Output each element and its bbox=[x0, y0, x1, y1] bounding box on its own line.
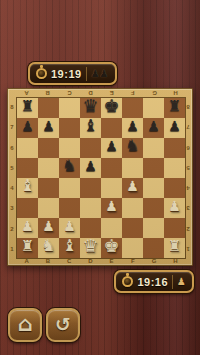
square-e3[interactable]: ♟ bbox=[101, 198, 122, 218]
square-c1[interactable]: ♝ bbox=[59, 238, 80, 258]
square-g3[interactable] bbox=[143, 198, 164, 218]
piece-white-bishop[interactable]: ♝ bbox=[20, 178, 34, 194]
square-g6[interactable] bbox=[143, 138, 164, 158]
square-g8[interactable] bbox=[143, 98, 164, 118]
black-timer-badge: 19:19 ♟♟ bbox=[28, 62, 117, 85]
piece-black-rook[interactable]: ♜ bbox=[21, 99, 34, 114]
stopwatch-icon bbox=[36, 68, 47, 79]
square-b5[interactable] bbox=[38, 158, 59, 178]
chess-app-screen: 19:19 ♟♟ ABCDEFGH ABCDEFGH 87654321 8765… bbox=[0, 0, 200, 355]
rank-label-1: 1 bbox=[8, 239, 16, 259]
square-c2[interactable]: ♟ bbox=[59, 218, 80, 238]
square-a3[interactable] bbox=[17, 198, 38, 218]
piece-black-pawn[interactable]: ♟ bbox=[21, 119, 34, 133]
square-c3[interactable] bbox=[59, 198, 80, 218]
captured-pieces-bottom: ♟ bbox=[177, 277, 186, 287]
piece-black-queen[interactable]: ♛ bbox=[82, 97, 98, 115]
square-a2[interactable]: ♟ bbox=[17, 218, 38, 238]
chess-board: ABCDEFGH ABCDEFGH 87654321 87654321 ♜♛♚♜… bbox=[7, 88, 193, 266]
square-f4[interactable]: ♟ bbox=[122, 178, 143, 198]
captured-white-piece-icon: ♟ bbox=[177, 277, 186, 287]
piece-white-rook[interactable]: ♜ bbox=[168, 239, 181, 254]
square-f8[interactable] bbox=[122, 98, 143, 118]
badge-divider bbox=[86, 67, 87, 81]
square-g2[interactable] bbox=[143, 218, 164, 238]
file-label-c: C bbox=[59, 89, 80, 97]
piece-black-pawn[interactable]: ♟ bbox=[42, 119, 55, 133]
square-h7[interactable]: ♟ bbox=[164, 118, 185, 138]
square-c4[interactable] bbox=[59, 178, 80, 198]
piece-white-pawn[interactable]: ♟ bbox=[168, 199, 181, 213]
square-f1[interactable] bbox=[122, 238, 143, 258]
square-d7[interactable]: ♝ bbox=[80, 118, 101, 138]
square-g1[interactable] bbox=[143, 238, 164, 258]
square-g5[interactable] bbox=[143, 158, 164, 178]
square-c7[interactable] bbox=[59, 118, 80, 138]
rank-label-3: 3 bbox=[8, 198, 16, 218]
piece-black-knight[interactable]: ♞ bbox=[125, 138, 139, 154]
rank-label-6: 6 bbox=[8, 138, 16, 158]
undo-button[interactable]: ↺ bbox=[46, 308, 80, 342]
piece-black-rook[interactable]: ♜ bbox=[168, 99, 181, 114]
square-h6[interactable] bbox=[164, 138, 185, 158]
rank-label-2: 2 bbox=[8, 219, 16, 239]
square-h8[interactable]: ♜ bbox=[164, 98, 185, 118]
square-a5[interactable] bbox=[17, 158, 38, 178]
rank-label-5: 5 bbox=[8, 158, 16, 178]
square-e5[interactable] bbox=[101, 158, 122, 178]
file-label-f: F bbox=[122, 89, 143, 97]
square-d3[interactable] bbox=[80, 198, 101, 218]
square-h2[interactable] bbox=[164, 218, 185, 238]
piece-white-queen[interactable]: ♛ bbox=[82, 237, 98, 255]
stopwatch-icon bbox=[122, 276, 133, 287]
square-h5[interactable] bbox=[164, 158, 185, 178]
square-b2[interactable]: ♟ bbox=[38, 218, 59, 238]
piece-black-pawn[interactable]: ♟ bbox=[168, 119, 181, 133]
square-f5[interactable] bbox=[122, 158, 143, 178]
file-label-g: G bbox=[144, 89, 165, 97]
piece-black-pawn[interactable]: ♟ bbox=[147, 119, 160, 133]
square-b8[interactable] bbox=[38, 98, 59, 118]
square-c6[interactable] bbox=[59, 138, 80, 158]
square-d1[interactable]: ♛ bbox=[80, 238, 101, 258]
square-c8[interactable] bbox=[59, 98, 80, 118]
square-e8[interactable]: ♚ bbox=[101, 98, 122, 118]
square-b6[interactable] bbox=[38, 138, 59, 158]
square-e1[interactable]: ♚ bbox=[101, 238, 122, 258]
square-b1[interactable]: ♞ bbox=[38, 238, 59, 258]
rank-labels-left: 87654321 bbox=[8, 97, 16, 259]
square-h3[interactable]: ♟ bbox=[164, 198, 185, 218]
piece-white-knight[interactable]: ♞ bbox=[41, 238, 55, 254]
square-h1[interactable]: ♜ bbox=[164, 238, 185, 258]
piece-black-king[interactable]: ♚ bbox=[103, 97, 119, 115]
piece-white-pawn[interactable]: ♟ bbox=[42, 219, 55, 233]
home-icon: ⌂ bbox=[17, 312, 32, 336]
square-b7[interactable]: ♟ bbox=[38, 118, 59, 138]
square-a7[interactable]: ♟ bbox=[17, 118, 38, 138]
square-a4[interactable]: ♝ bbox=[17, 178, 38, 198]
piece-white-pawn[interactable]: ♟ bbox=[105, 199, 118, 213]
square-d5[interactable]: ♟ bbox=[80, 158, 101, 178]
square-g7[interactable]: ♟ bbox=[143, 118, 164, 138]
square-a1[interactable]: ♜ bbox=[17, 238, 38, 258]
rank-label-4: 4 bbox=[8, 178, 16, 198]
piece-white-pawn[interactable]: ♟ bbox=[126, 179, 139, 193]
square-f2[interactable] bbox=[122, 218, 143, 238]
square-e6[interactable]: ♟ bbox=[101, 138, 122, 158]
square-f3[interactable] bbox=[122, 198, 143, 218]
piece-black-bishop[interactable]: ♝ bbox=[83, 118, 97, 134]
rank-label-8: 8 bbox=[8, 97, 16, 117]
piece-white-bishop[interactable]: ♝ bbox=[62, 238, 76, 254]
square-a6[interactable] bbox=[17, 138, 38, 158]
captured-black-piece-icon: ♟ bbox=[100, 69, 109, 79]
white-timer-value: 19:16 bbox=[137, 276, 168, 288]
piece-white-rook[interactable]: ♜ bbox=[21, 239, 34, 254]
square-b3[interactable] bbox=[38, 198, 59, 218]
square-g4[interactable] bbox=[143, 178, 164, 198]
piece-black-pawn[interactable]: ♟ bbox=[84, 159, 97, 173]
white-timer-badge: 19:16 ♟ bbox=[114, 270, 194, 293]
captured-black-piece-icon: ♟ bbox=[91, 69, 100, 79]
undo-icon: ↺ bbox=[55, 313, 71, 335]
piece-black-pawn[interactable]: ♟ bbox=[126, 119, 139, 133]
file-label-b: B bbox=[37, 89, 58, 97]
square-d8[interactable]: ♛ bbox=[80, 98, 101, 118]
square-d4[interactable] bbox=[80, 178, 101, 198]
square-a8[interactable]: ♜ bbox=[17, 98, 38, 118]
square-e7[interactable] bbox=[101, 118, 122, 138]
square-d6[interactable] bbox=[80, 138, 101, 158]
piece-black-knight[interactable]: ♞ bbox=[62, 158, 76, 174]
square-b4[interactable] bbox=[38, 178, 59, 198]
square-e4[interactable] bbox=[101, 178, 122, 198]
square-f6[interactable]: ♞ bbox=[122, 138, 143, 158]
square-h4[interactable] bbox=[164, 178, 185, 198]
square-f7[interactable]: ♟ bbox=[122, 118, 143, 138]
piece-black-pawn[interactable]: ♟ bbox=[105, 139, 118, 153]
file-labels-top: ABCDEFGH bbox=[16, 89, 186, 97]
badge-divider bbox=[172, 275, 173, 289]
piece-white-king[interactable]: ♚ bbox=[103, 237, 119, 255]
home-button[interactable]: ⌂ bbox=[8, 308, 42, 342]
black-timer-value: 19:19 bbox=[51, 68, 82, 80]
rank-label-7: 7 bbox=[8, 117, 16, 137]
square-c5[interactable]: ♞ bbox=[59, 158, 80, 178]
captured-pieces-top: ♟♟ bbox=[91, 69, 109, 79]
piece-white-pawn[interactable]: ♟ bbox=[63, 219, 76, 233]
board-grid: ♜♛♚♜♟♟♝♟♟♟♟♞♞♟♝♟♟♟♟♟♟♜♞♝♛♚♜ bbox=[16, 97, 186, 259]
piece-white-pawn[interactable]: ♟ bbox=[21, 219, 34, 233]
